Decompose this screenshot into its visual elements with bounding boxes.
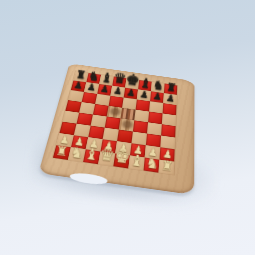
- white-rook: ♜: [160, 159, 173, 174]
- square-d6: [109, 96, 124, 108]
- white-knight: ♞: [70, 145, 85, 161]
- square-e4: [119, 118, 134, 131]
- black-pawn: ♟: [139, 89, 149, 100]
- square-h4: [161, 124, 176, 137]
- white-bishop: ♝: [129, 152, 145, 169]
- square-g4: [147, 122, 162, 135]
- black-pawn: ♟: [126, 87, 136, 98]
- square-g1: ♞: [143, 158, 159, 173]
- square-c4: [91, 115, 107, 128]
- black-pawn: ♟: [113, 86, 123, 97]
- board-edge-notch: [69, 171, 109, 186]
- square-a4: [62, 111, 79, 124]
- white-bishop: ♝: [84, 146, 100, 163]
- square-b6: [82, 92, 98, 104]
- board-grid: ♜♞♝♛♚♝♞♜♟♟♟♟♟♟♟♟♟♟♟♟♟♟♟♟♜♞♝♛♚♝♞♜: [53, 71, 177, 175]
- white-king: ♚: [113, 148, 131, 167]
- square-e6: [122, 97, 137, 109]
- square-d4: [105, 116, 121, 129]
- white-rook: ♜: [55, 144, 68, 159]
- square-f4: [133, 120, 148, 133]
- black-pawn: ♟: [166, 93, 176, 104]
- square-e1: ♚: [113, 153, 130, 168]
- chess-board: ♜♞♝♛♚♝♞♜♟♟♟♟♟♟♟♟♟♟♟♟♟♟♟♟♜♞♝♛♚♝♞♜: [38, 63, 194, 195]
- scene-rotation-wrapper: ♜♞♝♛♚♝♞♜♟♟♟♟♟♟♟♟♟♟♟♟♟♟♟♟♜♞♝♛♚♝♞♜: [0, 0, 255, 255]
- square-f1: ♝: [128, 156, 144, 171]
- square-b4: [77, 113, 93, 126]
- black-pawn: ♟: [73, 80, 83, 91]
- black-pawn: ♟: [100, 84, 110, 95]
- square-h1: ♜: [159, 160, 175, 175]
- black-pawn: ♟: [153, 91, 163, 102]
- white-knight: ♞: [145, 155, 160, 171]
- black-pawn: ♟: [87, 82, 97, 93]
- product-photo-background: ♜♞♝♛♚♝♞♜♟♟♟♟♟♟♟♟♟♟♟♟♟♟♟♟♜♞♝♛♚♝♞♜: [0, 0, 255, 255]
